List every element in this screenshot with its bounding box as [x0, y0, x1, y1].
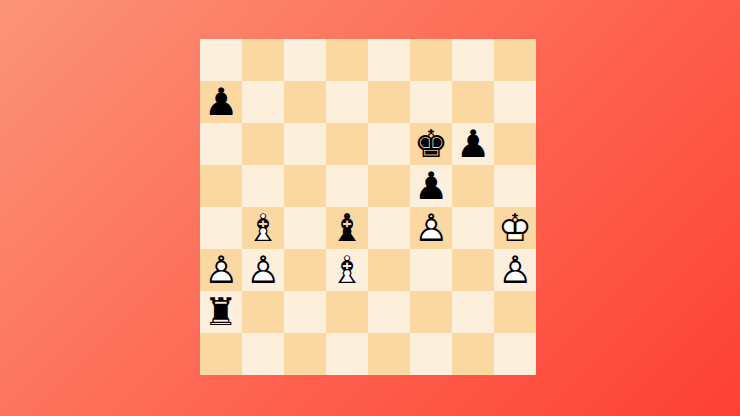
square-a7[interactable]: ♟	[200, 81, 242, 123]
square-c1[interactable]	[284, 333, 326, 375]
white-piece-outline-glyph: ♙	[494, 249, 536, 291]
square-g7[interactable]	[452, 81, 494, 123]
square-b4[interactable]: ♝♗	[242, 207, 284, 249]
square-a1[interactable]	[200, 333, 242, 375]
square-g5[interactable]	[452, 165, 494, 207]
black-piece-glyph: ♝	[326, 207, 368, 249]
square-d6[interactable]	[326, 123, 368, 165]
white-bishop-d3[interactable]: ♝♗	[326, 249, 368, 291]
square-c8[interactable]	[284, 39, 326, 81]
square-e7[interactable]	[368, 81, 410, 123]
square-b8[interactable]	[242, 39, 284, 81]
square-a4[interactable]	[200, 207, 242, 249]
white-piece-outline-glyph: ♙	[200, 249, 242, 291]
white-piece-outline-glyph: ♙	[410, 207, 452, 249]
square-e2[interactable]	[368, 291, 410, 333]
white-piece-outline-glyph: ♗	[242, 207, 284, 249]
square-f7[interactable]	[410, 81, 452, 123]
black-piece-glyph: ♟	[410, 165, 452, 207]
black-king-f6[interactable]: ♚	[410, 123, 452, 165]
white-pawn-f4[interactable]: ♟♙	[410, 207, 452, 249]
square-e8[interactable]	[368, 39, 410, 81]
square-e6[interactable]	[368, 123, 410, 165]
white-piece-outline-glyph: ♔	[494, 207, 536, 249]
square-h8[interactable]	[494, 39, 536, 81]
square-f2[interactable]	[410, 291, 452, 333]
square-h6[interactable]	[494, 123, 536, 165]
square-f8[interactable]	[410, 39, 452, 81]
square-d3[interactable]: ♝♗	[326, 249, 368, 291]
square-f3[interactable]	[410, 249, 452, 291]
black-pawn-f5[interactable]: ♟	[410, 165, 452, 207]
page-background: { "game": "chess", "position": { "fen_bo…	[0, 0, 740, 416]
square-g6[interactable]: ♟	[452, 123, 494, 165]
square-h4[interactable]: ♚♔	[494, 207, 536, 249]
square-c6[interactable]	[284, 123, 326, 165]
square-d1[interactable]	[326, 333, 368, 375]
black-piece-glyph: ♜	[200, 291, 242, 333]
square-c4[interactable]	[284, 207, 326, 249]
square-b1[interactable]	[242, 333, 284, 375]
square-a2[interactable]: ♜	[200, 291, 242, 333]
chess-board: ♟♚♟♟♝♗♝♟♙♚♔♟♙♟♙♝♗♟♙♜	[200, 39, 536, 375]
square-d8[interactable]	[326, 39, 368, 81]
square-d4[interactable]: ♝	[326, 207, 368, 249]
square-c5[interactable]	[284, 165, 326, 207]
square-d2[interactable]	[326, 291, 368, 333]
square-h1[interactable]	[494, 333, 536, 375]
square-h7[interactable]	[494, 81, 536, 123]
square-e5[interactable]	[368, 165, 410, 207]
white-pawn-h3[interactable]: ♟♙	[494, 249, 536, 291]
square-c7[interactable]	[284, 81, 326, 123]
square-b5[interactable]	[242, 165, 284, 207]
square-f6[interactable]: ♚	[410, 123, 452, 165]
white-king-h4[interactable]: ♚♔	[494, 207, 536, 249]
black-piece-glyph: ♚	[410, 123, 452, 165]
square-f5[interactable]: ♟	[410, 165, 452, 207]
black-pawn-g6[interactable]: ♟	[452, 123, 494, 165]
square-b2[interactable]	[242, 291, 284, 333]
square-g3[interactable]	[452, 249, 494, 291]
square-g8[interactable]	[452, 39, 494, 81]
square-a6[interactable]	[200, 123, 242, 165]
square-a8[interactable]	[200, 39, 242, 81]
white-pawn-b3[interactable]: ♟♙	[242, 249, 284, 291]
square-f4[interactable]: ♟♙	[410, 207, 452, 249]
white-pawn-a3[interactable]: ♟♙	[200, 249, 242, 291]
square-f1[interactable]	[410, 333, 452, 375]
square-h3[interactable]: ♟♙	[494, 249, 536, 291]
square-h2[interactable]	[494, 291, 536, 333]
black-bishop-d4[interactable]: ♝	[326, 207, 368, 249]
white-bishop-b4[interactable]: ♝♗	[242, 207, 284, 249]
white-piece-outline-glyph: ♙	[242, 249, 284, 291]
square-e4[interactable]	[368, 207, 410, 249]
square-b3[interactable]: ♟♙	[242, 249, 284, 291]
square-b6[interactable]	[242, 123, 284, 165]
square-g1[interactable]	[452, 333, 494, 375]
white-piece-outline-glyph: ♗	[326, 249, 368, 291]
square-g2[interactable]	[452, 291, 494, 333]
square-c2[interactable]	[284, 291, 326, 333]
square-d5[interactable]	[326, 165, 368, 207]
square-e1[interactable]	[368, 333, 410, 375]
black-piece-glyph: ♟	[452, 123, 494, 165]
square-h5[interactable]	[494, 165, 536, 207]
square-e3[interactable]	[368, 249, 410, 291]
square-b7[interactable]	[242, 81, 284, 123]
square-c3[interactable]	[284, 249, 326, 291]
square-a5[interactable]	[200, 165, 242, 207]
black-pawn-a7[interactable]: ♟	[200, 81, 242, 123]
black-rook-a2[interactable]: ♜	[200, 291, 242, 333]
square-d7[interactable]	[326, 81, 368, 123]
black-piece-glyph: ♟	[200, 81, 242, 123]
square-g4[interactable]	[452, 207, 494, 249]
square-a3[interactable]: ♟♙	[200, 249, 242, 291]
